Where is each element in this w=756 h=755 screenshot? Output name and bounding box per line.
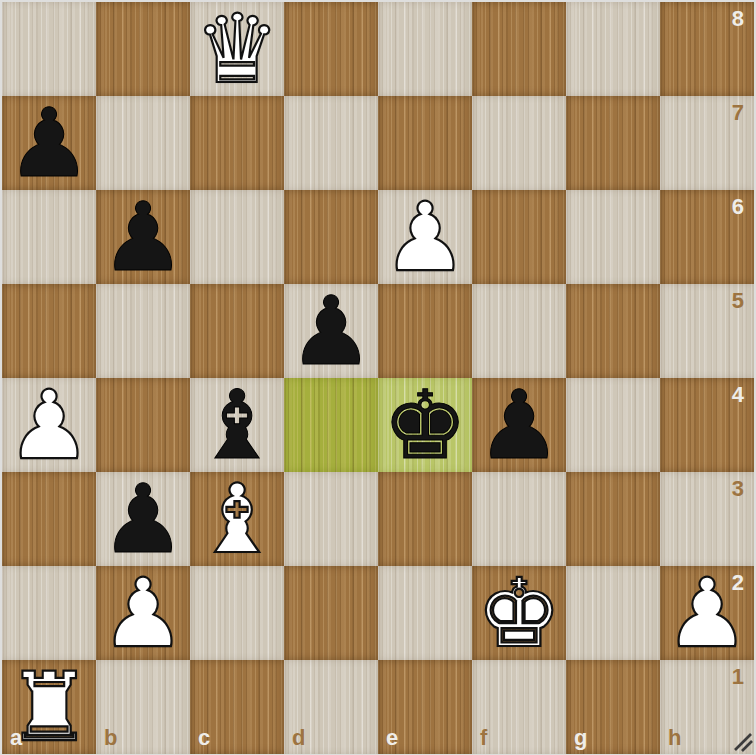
square-h8[interactable]: 8 [660,2,754,96]
square-c1[interactable]: c [190,660,284,754]
square-f2[interactable]: ♚ [472,566,566,660]
piece-white-rook[interactable]: ♜ [6,660,91,754]
square-g6[interactable] [566,190,660,284]
rank-label-6: 6 [732,194,744,220]
square-h7[interactable]: 7 [660,96,754,190]
square-g1[interactable]: g [566,660,660,754]
square-b7[interactable] [96,96,190,190]
square-c5[interactable] [190,284,284,378]
square-a2[interactable] [2,566,96,660]
square-g3[interactable] [566,472,660,566]
square-a1[interactable]: ♜a [2,660,96,754]
square-d3[interactable] [284,472,378,566]
square-a7[interactable]: ♟ [2,96,96,190]
square-b8[interactable] [96,2,190,96]
square-e1[interactable]: e [378,660,472,754]
square-f4[interactable]: ♟ [472,378,566,472]
square-c3[interactable]: ♝ [190,472,284,566]
piece-white-king[interactable]: ♚ [476,566,561,660]
square-e3[interactable] [378,472,472,566]
square-h2[interactable]: ♟2 [660,566,754,660]
square-c4[interactable]: ♝ [190,378,284,472]
square-f3[interactable] [472,472,566,566]
square-a3[interactable] [2,472,96,566]
square-f6[interactable] [472,190,566,284]
square-b4[interactable] [96,378,190,472]
square-b3[interactable]: ♟ [96,472,190,566]
square-e2[interactable] [378,566,472,660]
square-a4[interactable]: ♟ [2,378,96,472]
square-d1[interactable]: d [284,660,378,754]
file-label-d: d [292,725,305,751]
square-c7[interactable] [190,96,284,190]
square-h4[interactable]: 4 [660,378,754,472]
chess-board: ♛8♟7♟♟6♟5♟♝♚♟4♟♝3♟♚♟2♜abcdefg1h [0,0,756,755]
file-label-b: b [104,725,117,751]
square-f1[interactable]: f [472,660,566,754]
square-b6[interactable]: ♟ [96,190,190,284]
square-h5[interactable]: 5 [660,284,754,378]
square-a5[interactable] [2,284,96,378]
square-b2[interactable]: ♟ [96,566,190,660]
square-a6[interactable] [2,190,96,284]
piece-black-pawn[interactable]: ♟ [476,378,561,472]
file-label-g: g [574,725,587,751]
square-c8[interactable]: ♛ [190,2,284,96]
piece-white-pawn[interactable]: ♟ [100,566,185,660]
square-e7[interactable] [378,96,472,190]
square-b5[interactable] [96,284,190,378]
square-d6[interactable] [284,190,378,284]
piece-white-bishop[interactable]: ♝ [194,472,279,566]
square-h6[interactable]: 6 [660,190,754,284]
square-a8[interactable] [2,2,96,96]
piece-black-pawn[interactable]: ♟ [100,190,185,284]
file-label-c: c [198,725,210,751]
resize-handle-icon[interactable] [730,729,754,753]
piece-white-pawn[interactable]: ♟ [382,190,467,284]
square-e8[interactable] [378,2,472,96]
square-d5[interactable]: ♟ [284,284,378,378]
piece-black-bishop[interactable]: ♝ [194,378,279,472]
square-d4[interactable] [284,378,378,472]
square-c6[interactable] [190,190,284,284]
piece-white-queen[interactable]: ♛ [194,2,279,96]
rank-label-3: 3 [732,476,744,502]
rank-label-8: 8 [732,6,744,32]
file-label-f: f [480,725,487,751]
piece-black-pawn[interactable]: ♟ [100,472,185,566]
rank-label-7: 7 [732,100,744,126]
piece-black-pawn[interactable]: ♟ [6,96,91,190]
piece-black-pawn[interactable]: ♟ [288,284,373,378]
rank-label-4: 4 [732,382,744,408]
square-g5[interactable] [566,284,660,378]
piece-white-pawn[interactable]: ♟ [664,566,749,660]
square-e5[interactable] [378,284,472,378]
square-e6[interactable]: ♟ [378,190,472,284]
square-g2[interactable] [566,566,660,660]
square-f8[interactable] [472,2,566,96]
piece-black-king[interactable]: ♚ [382,378,467,472]
square-g8[interactable] [566,2,660,96]
square-h3[interactable]: 3 [660,472,754,566]
file-label-e: e [386,725,398,751]
file-label-h: h [668,725,681,751]
square-g7[interactable] [566,96,660,190]
square-c2[interactable] [190,566,284,660]
square-d2[interactable] [284,566,378,660]
square-b1[interactable]: b [96,660,190,754]
square-e4[interactable]: ♚ [378,378,472,472]
square-d7[interactable] [284,96,378,190]
square-g4[interactable] [566,378,660,472]
piece-white-pawn[interactable]: ♟ [6,378,91,472]
rank-label-5: 5 [732,288,744,314]
square-f5[interactable] [472,284,566,378]
square-f7[interactable] [472,96,566,190]
square-d8[interactable] [284,2,378,96]
